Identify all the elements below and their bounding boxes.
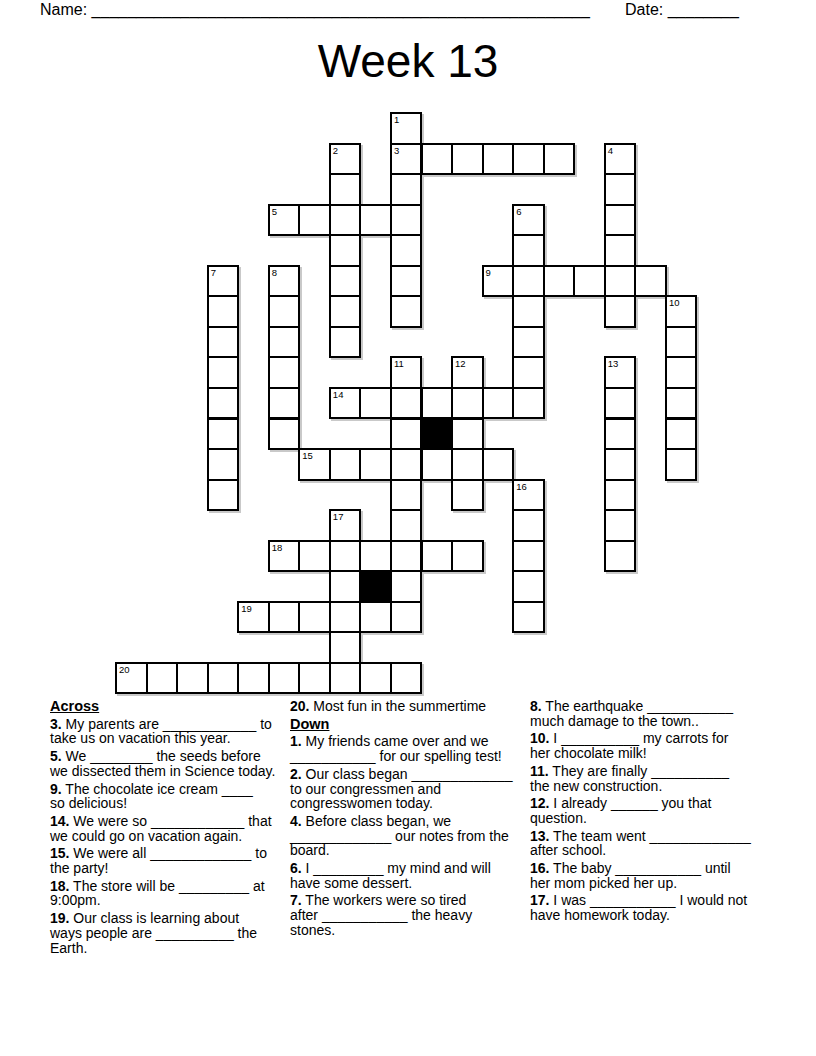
clue-number: 14. (50, 813, 69, 829)
name-label: Name: (40, 1, 87, 18)
clue-down-16: 16. The baby ___________ until her mom p… (530, 861, 782, 890)
name-blank-line[interactable]: ________________________________________… (92, 1, 590, 18)
cell-11-7[interactable] (329, 448, 362, 481)
cell-12-16[interactable] (604, 479, 637, 512)
clue-across-5: 5. We ________ the seeds before we disse… (50, 749, 302, 778)
cell-5-13[interactable] (512, 265, 545, 298)
cell-16-9[interactable] (390, 601, 423, 634)
cell-number-20: 20 (119, 664, 130, 675)
cell-18-7[interactable] (329, 662, 362, 695)
cell-10-11[interactable] (451, 418, 484, 451)
clue-number: 7. (290, 892, 302, 908)
cell-13-13[interactable] (512, 509, 545, 542)
cell-8-9[interactable]: 11 (390, 356, 423, 389)
cell-1-7[interactable]: 2 (329, 143, 362, 176)
cell-10-9[interactable] (390, 418, 423, 451)
clue-number: 17. (530, 892, 549, 908)
cell-11-8[interactable] (359, 448, 392, 481)
cell-8-16[interactable]: 13 (604, 356, 637, 389)
cell-11-6[interactable]: 15 (298, 448, 331, 481)
cell-number-11: 11 (394, 358, 404, 369)
cell-12-13[interactable]: 16 (512, 479, 545, 512)
clue-across-3: 3. My parents are ____________ to take u… (50, 717, 302, 746)
cell-1-10[interactable] (421, 143, 454, 176)
cell-16-8[interactable] (359, 601, 392, 634)
cell-4-16[interactable] (604, 234, 637, 267)
date-label: Date: (625, 1, 663, 18)
cell-4-7[interactable] (329, 234, 362, 267)
cell-11-16[interactable] (604, 448, 637, 481)
clue-number: 10. (530, 730, 549, 746)
cell-9-3[interactable] (207, 387, 240, 420)
clue-number: 13. (530, 828, 549, 844)
clue-number: 16. (530, 860, 549, 876)
cell-10-18[interactable] (665, 418, 698, 451)
clue-across-15: 15. We were all _____________ to the par… (50, 846, 302, 875)
cell-number-13: 13 (608, 358, 619, 369)
cell-11-12[interactable] (482, 448, 515, 481)
cell-18-4[interactable] (237, 662, 270, 695)
cell-1-12[interactable] (482, 143, 515, 176)
cell-9-10[interactable] (421, 387, 454, 420)
cell-1-14[interactable] (543, 143, 576, 176)
cell-12-11[interactable] (451, 479, 484, 512)
cell-6-7[interactable] (329, 295, 362, 328)
name-field: Name: __________________________________… (40, 1, 590, 19)
cell-3-8[interactable] (359, 204, 392, 237)
cell-11-3[interactable] (207, 448, 240, 481)
cell-8-11[interactable]: 12 (451, 356, 484, 389)
cell-9-12[interactable] (482, 387, 515, 420)
cell-14-6[interactable] (298, 540, 331, 573)
cell-18-0[interactable]: 20 (115, 662, 148, 695)
cell-2-9[interactable] (390, 173, 423, 206)
clue-down-17: 17. I was ___________ I would not have h… (530, 893, 782, 922)
down-heading: Down (290, 717, 542, 732)
clue-down-8: 8. The earthquake ___________ much damag… (530, 699, 782, 728)
cell-7-13[interactable] (512, 326, 545, 359)
cell-10-5[interactable] (268, 418, 301, 451)
cell-9-18[interactable] (665, 387, 698, 420)
clue-down-11: 11. They are finally __________ the new … (530, 764, 782, 793)
cell-3-16[interactable] (604, 204, 637, 237)
cell-14-11[interactable] (451, 540, 484, 573)
cell-11-10[interactable] (421, 448, 454, 481)
cell-number-3: 3 (394, 145, 399, 156)
page-title: Week 13 (0, 34, 816, 88)
cell-3-7[interactable] (329, 204, 362, 237)
clue-down-2: 2. Our class began _____________ to our … (290, 767, 542, 811)
cell-18-8[interactable] (359, 662, 392, 695)
cell-7-3[interactable] (207, 326, 240, 359)
cell-number-14: 14 (333, 389, 344, 400)
cell-11-9[interactable] (390, 448, 423, 481)
clue-number: 18. (50, 878, 69, 894)
date-field: Date: ________ (625, 1, 739, 19)
cell-18-6[interactable] (298, 662, 331, 695)
cell-9-7[interactable]: 14 (329, 387, 362, 420)
cell-16-6[interactable] (298, 601, 331, 634)
cell-7-18[interactable] (665, 326, 698, 359)
cell-number-9: 9 (486, 267, 491, 278)
cell-3-13[interactable]: 6 (512, 204, 545, 237)
cell-3-6[interactable] (298, 204, 331, 237)
cell-15-13[interactable] (512, 570, 545, 603)
cell-5-15[interactable] (573, 265, 606, 298)
clue-number: 12. (530, 795, 549, 811)
cell-5-5[interactable]: 8 (268, 265, 301, 298)
cell-2-7[interactable] (329, 173, 362, 206)
cell-9-9[interactable] (390, 387, 423, 420)
cell-18-2[interactable] (176, 662, 209, 695)
cell-5-16[interactable] (604, 265, 637, 298)
clue-down-13: 13. The team went _____________ after sc… (530, 829, 782, 858)
cell-14-9[interactable] (390, 540, 423, 573)
cell-5-9[interactable] (390, 265, 423, 298)
cell-6-5[interactable] (268, 295, 301, 328)
cell-number-5: 5 (272, 206, 277, 217)
cell-number-1: 1 (394, 114, 399, 125)
cell-11-18[interactable] (665, 448, 698, 481)
cell-5-14[interactable] (543, 265, 576, 298)
cell-1-13[interactable] (512, 143, 545, 176)
cell-8-5[interactable] (268, 356, 301, 389)
cell-1-11[interactable] (451, 143, 484, 176)
cell-0-9[interactable]: 1 (390, 112, 423, 145)
cell-number-15: 15 (302, 450, 313, 461)
clue-across-14: 14. We were so ____________ that we coul… (50, 814, 302, 843)
clue-number: 19. (50, 910, 69, 926)
clue-number: 2. (290, 766, 302, 782)
blocked-cell-15-8 (359, 570, 392, 603)
clue-column-across: Across 3. My parents are ____________ to… (50, 699, 302, 958)
cell-9-13[interactable] (512, 387, 545, 420)
cell-11-11[interactable] (451, 448, 484, 481)
clue-down-1: 1. My friends came over and we _________… (290, 734, 542, 763)
cell-2-16[interactable] (604, 173, 637, 206)
cell-9-16[interactable] (604, 387, 637, 420)
cell-7-5[interactable] (268, 326, 301, 359)
cell-18-1[interactable] (146, 662, 179, 695)
cell-3-9[interactable] (390, 204, 423, 237)
cell-17-7[interactable] (329, 631, 362, 664)
clue-column-down: 8. The earthquake ___________ much damag… (530, 699, 782, 926)
across-heading: Across (50, 699, 302, 714)
cell-14-8[interactable] (359, 540, 392, 573)
cell-3-5[interactable]: 5 (268, 204, 301, 237)
cell-5-17[interactable] (634, 265, 667, 298)
cell-16-13[interactable] (512, 601, 545, 634)
cell-8-13[interactable] (512, 356, 545, 389)
clue-number: 3. (50, 716, 62, 732)
cell-10-16[interactable] (604, 418, 637, 451)
cell-8-3[interactable] (207, 356, 240, 389)
cell-13-9[interactable] (390, 509, 423, 542)
clue-number: 6. (290, 860, 302, 876)
clue-number: 20. (290, 698, 309, 714)
cell-9-11[interactable] (451, 387, 484, 420)
clue-down-10: 10. I __________ my carrots for her choc… (530, 731, 782, 760)
clue-number: 8. (530, 698, 542, 714)
cell-number-16: 16 (516, 481, 527, 492)
clue-down-4: 4. Before class began, we _____________ … (290, 814, 542, 858)
clue-column-middle: 20. Most fun in the summertimeDown1. My … (290, 699, 542, 941)
cell-6-16[interactable] (604, 295, 637, 328)
cell-4-9[interactable] (390, 234, 423, 267)
cell-14-16[interactable] (604, 540, 637, 573)
cell-number-8: 8 (272, 267, 277, 278)
cell-1-9[interactable]: 3 (390, 143, 423, 176)
cell-number-19: 19 (241, 603, 252, 614)
cell-8-18[interactable] (665, 356, 698, 389)
cell-18-3[interactable] (207, 662, 240, 695)
cell-13-16[interactable] (604, 509, 637, 542)
date-blank-line[interactable]: ________ (668, 1, 739, 18)
cell-5-12[interactable]: 9 (482, 265, 515, 298)
cell-5-3[interactable]: 7 (207, 265, 240, 298)
cell-16-4[interactable]: 19 (237, 601, 270, 634)
cell-6-13[interactable] (512, 295, 545, 328)
cell-9-5[interactable] (268, 387, 301, 420)
cell-13-7[interactable]: 17 (329, 509, 362, 542)
cell-number-18: 18 (272, 542, 283, 553)
cell-6-18[interactable]: 10 (665, 295, 698, 328)
cell-15-7[interactable] (329, 570, 362, 603)
clue-number: 11. (530, 763, 549, 779)
cell-12-3[interactable] (207, 479, 240, 512)
clue-number: 4. (290, 813, 302, 829)
clue-number: 15. (50, 845, 69, 861)
cell-5-7[interactable] (329, 265, 362, 298)
clue-number: 5. (50, 748, 62, 764)
clue-number: 9. (50, 781, 62, 797)
cell-18-9[interactable] (390, 662, 423, 695)
clue-number: 1. (290, 733, 302, 749)
clue-down-6: 6. I _________ my mind and will have som… (290, 861, 542, 890)
clue-across-9: 9. The chocolate ice cream ____ so delic… (50, 782, 302, 811)
cell-6-3[interactable] (207, 295, 240, 328)
cell-number-17: 17 (333, 511, 344, 522)
cell-14-10[interactable] (421, 540, 454, 573)
cell-18-5[interactable] (268, 662, 301, 695)
cell-16-7[interactable] (329, 601, 362, 634)
clue-down-7: 7. The workers were so tired after _____… (290, 893, 542, 937)
blocked-cell-10-10 (421, 418, 454, 451)
cell-16-5[interactable] (268, 601, 301, 634)
cell-6-9[interactable] (390, 295, 423, 328)
cell-7-7[interactable] (329, 326, 362, 359)
cell-14-5[interactable]: 18 (268, 540, 301, 573)
cell-1-16[interactable]: 4 (604, 143, 637, 176)
cell-number-6: 6 (516, 206, 521, 217)
clue-across-20: 20. Most fun in the summertime (290, 699, 542, 714)
clue-across-18: 18. The store will be _________ at 9:00p… (50, 879, 302, 908)
cell-number-12: 12 (455, 358, 466, 369)
cell-4-13[interactable] (512, 234, 545, 267)
cell-number-7: 7 (211, 267, 216, 278)
clue-across-19: 19. Our class is learning about ways peo… (50, 911, 302, 955)
cell-15-9[interactable] (390, 570, 423, 603)
cell-14-7[interactable] (329, 540, 362, 573)
cell-number-2: 2 (333, 145, 338, 156)
cell-number-10: 10 (669, 297, 680, 308)
cell-12-9[interactable] (390, 479, 423, 512)
cell-9-8[interactable] (359, 387, 392, 420)
cell-14-13[interactable] (512, 540, 545, 573)
cell-number-4: 4 (608, 145, 613, 156)
clue-down-12: 12. I already ______ you that question. (530, 796, 782, 825)
cell-10-3[interactable] (207, 418, 240, 451)
